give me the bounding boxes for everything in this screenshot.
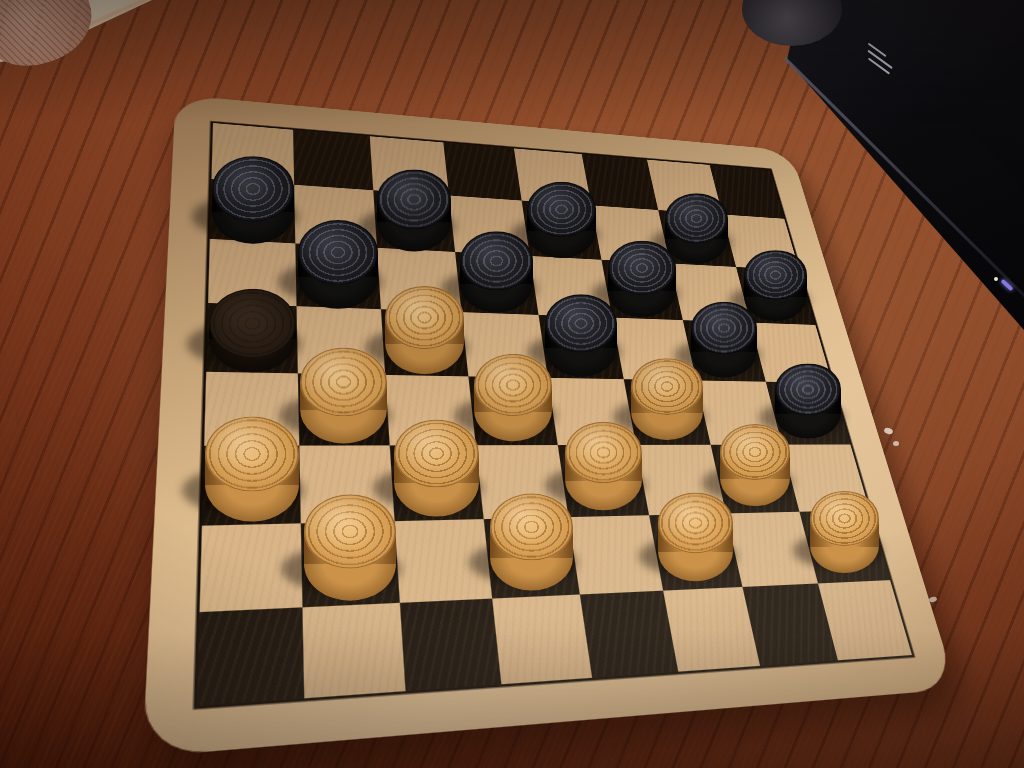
piece-top-face [205,417,299,492]
piece-top-face [474,353,552,416]
piece-top-face [545,294,618,352]
piece-top-face [775,363,840,415]
stage [0,0,1024,768]
piece-top-face [527,182,596,237]
piece-top-face [490,493,574,560]
piece-top-face [658,492,734,553]
pieces-layer [0,0,1024,768]
piece-top-face [300,348,386,417]
piece-top-face [377,169,452,229]
piece-top-face [565,422,642,484]
piece-top-face [665,193,728,244]
piece-top-face [460,231,534,290]
piece-top-face [744,250,806,300]
piece-top-face [212,156,294,221]
piece-top-face [298,220,379,284]
piece-top-face [394,420,479,488]
piece-top-face [304,494,397,568]
piece-top-face [608,241,676,295]
piece-top-face [810,491,879,546]
